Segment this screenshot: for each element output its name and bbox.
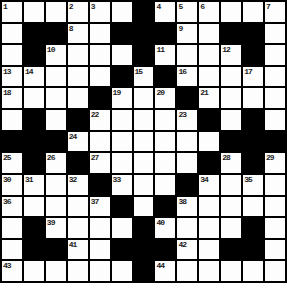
black-cell: [68, 153, 88, 173]
black-cell: [68, 110, 88, 130]
clue-number: 7: [266, 2, 270, 11]
black-cell: [24, 45, 44, 65]
black-cell: [243, 153, 263, 173]
black-cell: [199, 153, 219, 173]
white-cell[interactable]: [221, 197, 241, 217]
clue-number: 29: [266, 153, 274, 162]
black-cell: [155, 240, 175, 260]
white-cell[interactable]: [177, 261, 197, 281]
white-cell[interactable]: [221, 67, 241, 87]
black-cell: [199, 110, 219, 130]
white-cell[interactable]: [134, 110, 154, 130]
clue-number: 27: [91, 153, 99, 162]
black-cell: [155, 197, 175, 217]
white-cell[interactable]: [68, 218, 88, 238]
clue-number: 16: [178, 67, 186, 76]
white-cell[interactable]: 19: [112, 88, 132, 108]
white-cell[interactable]: [221, 110, 241, 130]
clue-number: 28: [222, 153, 230, 162]
white-cell[interactable]: 27: [90, 153, 110, 173]
white-cell[interactable]: 23: [177, 110, 197, 130]
black-cell: [46, 132, 66, 152]
white-cell[interactable]: [46, 261, 66, 281]
white-cell[interactable]: [2, 24, 22, 44]
clue-number: 37: [91, 197, 99, 206]
white-cell[interactable]: [68, 261, 88, 281]
white-cell[interactable]: 20: [155, 88, 175, 108]
white-cell[interactable]: 39: [46, 218, 66, 238]
white-cell[interactable]: 42: [177, 240, 197, 260]
white-cell[interactable]: [265, 67, 285, 87]
clue-number: 35: [244, 175, 252, 184]
black-cell: [24, 24, 44, 44]
white-cell[interactable]: 21: [199, 88, 219, 108]
black-cell: [243, 24, 263, 44]
crossword-puzzle: 1234567891011121314151617181920212223242…: [0, 0, 287, 283]
clue-number: 3: [91, 2, 95, 11]
white-cell[interactable]: [221, 218, 241, 238]
white-cell[interactable]: [112, 132, 132, 152]
white-cell[interactable]: 33: [112, 175, 132, 195]
white-cell[interactable]: [177, 45, 197, 65]
white-cell[interactable]: 6: [199, 2, 219, 22]
white-cell[interactable]: 31: [24, 175, 44, 195]
white-cell[interactable]: 15: [134, 67, 154, 87]
white-cell[interactable]: 14: [24, 67, 44, 87]
white-cell[interactable]: 34: [199, 175, 219, 195]
black-cell: [243, 45, 263, 65]
white-cell[interactable]: [68, 45, 88, 65]
white-cell[interactable]: [112, 110, 132, 130]
white-cell[interactable]: [221, 175, 241, 195]
black-cell: [90, 88, 110, 108]
white-cell[interactable]: [265, 24, 285, 44]
white-cell[interactable]: [155, 132, 175, 152]
white-cell[interactable]: [46, 2, 66, 22]
black-cell: [134, 2, 154, 22]
white-cell[interactable]: 38: [177, 197, 197, 217]
black-cell: [24, 132, 44, 152]
clue-number: 42: [178, 240, 186, 249]
white-cell[interactable]: [46, 197, 66, 217]
white-cell[interactable]: [199, 240, 219, 260]
white-cell[interactable]: 44: [155, 261, 175, 281]
white-cell[interactable]: [2, 110, 22, 130]
clue-number: 19: [113, 88, 121, 97]
white-cell[interactable]: 18: [2, 88, 22, 108]
white-cell[interactable]: 11: [155, 45, 175, 65]
clue-number: 23: [178, 110, 186, 119]
black-cell: [243, 110, 263, 130]
white-cell[interactable]: [155, 110, 175, 130]
black-cell: [243, 218, 263, 238]
white-cell[interactable]: [221, 261, 241, 281]
clue-number: 22: [91, 110, 99, 119]
black-cell: [221, 240, 241, 260]
clue-number: 17: [244, 67, 252, 76]
black-cell: [24, 240, 44, 260]
white-cell[interactable]: [199, 67, 219, 87]
black-cell: [243, 132, 263, 152]
clue-number: 31: [25, 175, 33, 184]
white-cell[interactable]: [177, 218, 197, 238]
white-cell[interactable]: 16: [177, 67, 197, 87]
white-cell[interactable]: 41: [68, 240, 88, 260]
white-cell[interactable]: 8: [68, 24, 88, 44]
white-cell[interactable]: [199, 24, 219, 44]
white-cell[interactable]: [155, 153, 175, 173]
black-cell: [46, 240, 66, 260]
white-cell[interactable]: [112, 261, 132, 281]
black-cell: [112, 240, 132, 260]
white-cell[interactable]: [90, 132, 110, 152]
white-cell[interactable]: 29: [265, 153, 285, 173]
white-cell[interactable]: [243, 197, 263, 217]
white-cell[interactable]: [177, 132, 197, 152]
white-cell[interactable]: [90, 218, 110, 238]
white-cell[interactable]: 5: [177, 2, 197, 22]
white-cell[interactable]: 37: [90, 197, 110, 217]
black-cell: [112, 67, 132, 87]
crossword-grid: 1234567891011121314151617181920212223242…: [0, 0, 287, 283]
white-cell[interactable]: [199, 45, 219, 65]
white-cell[interactable]: [134, 88, 154, 108]
black-cell: [90, 175, 110, 195]
white-cell[interactable]: [68, 197, 88, 217]
white-cell[interactable]: 3: [90, 2, 110, 22]
white-cell[interactable]: [2, 218, 22, 238]
white-cell[interactable]: 4: [155, 2, 175, 22]
clue-number: 33: [113, 175, 121, 184]
clue-number: 1: [3, 2, 7, 11]
clue-number: 10: [47, 45, 55, 54]
white-cell[interactable]: [46, 175, 66, 195]
black-cell: [221, 24, 241, 44]
clue-number: 26: [47, 153, 55, 162]
white-cell[interactable]: 28: [221, 153, 241, 173]
clue-number: 2: [69, 2, 73, 11]
white-cell[interactable]: [221, 2, 241, 22]
white-cell[interactable]: [134, 132, 154, 152]
white-cell[interactable]: [24, 197, 44, 217]
black-cell: [155, 24, 175, 44]
clue-number: 15: [135, 67, 143, 76]
white-cell[interactable]: [68, 67, 88, 87]
white-cell[interactable]: [112, 218, 132, 238]
black-cell: [134, 240, 154, 260]
white-cell[interactable]: [265, 218, 285, 238]
white-cell[interactable]: [265, 261, 285, 281]
black-cell: [155, 67, 175, 87]
white-cell[interactable]: [199, 132, 219, 152]
white-cell[interactable]: [265, 110, 285, 130]
white-cell[interactable]: [2, 45, 22, 65]
white-cell[interactable]: [155, 175, 175, 195]
white-cell[interactable]: [221, 88, 241, 108]
white-cell[interactable]: 10: [46, 45, 66, 65]
white-cell[interactable]: 36: [2, 197, 22, 217]
white-cell[interactable]: 12: [221, 45, 241, 65]
white-cell[interactable]: [243, 2, 263, 22]
clue-number: 30: [3, 175, 11, 184]
white-cell[interactable]: [265, 175, 285, 195]
black-cell: [221, 132, 241, 152]
white-cell[interactable]: [199, 218, 219, 238]
black-cell: [112, 197, 132, 217]
white-cell[interactable]: [265, 88, 285, 108]
white-cell[interactable]: [265, 45, 285, 65]
black-cell: [46, 24, 66, 44]
white-cell[interactable]: 2: [68, 2, 88, 22]
clue-number: 24: [69, 132, 77, 141]
clue-number: 32: [69, 175, 77, 184]
clue-number: 14: [25, 67, 33, 76]
black-cell: [24, 218, 44, 238]
clue-number: 38: [178, 197, 186, 206]
white-cell[interactable]: [265, 240, 285, 260]
white-cell[interactable]: [90, 240, 110, 260]
clue-number: 11: [156, 45, 164, 54]
white-cell[interactable]: [90, 67, 110, 87]
black-cell: [134, 45, 154, 65]
black-cell: [134, 261, 154, 281]
white-cell[interactable]: [24, 88, 44, 108]
white-cell[interactable]: [90, 45, 110, 65]
white-cell[interactable]: [24, 2, 44, 22]
white-cell[interactable]: [134, 175, 154, 195]
white-cell[interactable]: [90, 261, 110, 281]
white-cell[interactable]: [199, 261, 219, 281]
white-cell[interactable]: [243, 88, 263, 108]
white-cell[interactable]: [46, 67, 66, 87]
white-cell[interactable]: 35: [243, 175, 263, 195]
clue-number: 21: [200, 88, 208, 97]
black-cell: [177, 88, 197, 108]
white-cell[interactable]: 26: [46, 153, 66, 173]
white-cell[interactable]: [90, 24, 110, 44]
white-cell[interactable]: [199, 197, 219, 217]
white-cell[interactable]: 1: [2, 2, 22, 22]
clue-number: 39: [47, 218, 55, 227]
white-cell[interactable]: [46, 110, 66, 130]
clue-number: 12: [222, 45, 230, 54]
white-cell[interactable]: [112, 153, 132, 173]
clue-number: 9: [178, 24, 182, 33]
clue-number: 36: [3, 197, 11, 206]
white-cell[interactable]: [112, 45, 132, 65]
white-cell[interactable]: [134, 197, 154, 217]
black-cell: [134, 218, 154, 238]
white-cell[interactable]: 32: [68, 175, 88, 195]
white-cell[interactable]: 9: [177, 24, 197, 44]
clue-number: 40: [156, 218, 164, 227]
black-cell: [177, 175, 197, 195]
white-cell[interactable]: [112, 2, 132, 22]
clue-number: 44: [156, 261, 164, 270]
white-cell[interactable]: 43: [2, 261, 22, 281]
black-cell: [112, 24, 132, 44]
clue-number: 41: [69, 240, 77, 249]
clue-number: 4: [156, 2, 160, 11]
clue-number: 6: [200, 2, 204, 11]
white-cell[interactable]: 7: [265, 2, 285, 22]
white-cell[interactable]: [265, 197, 285, 217]
white-cell[interactable]: [2, 240, 22, 260]
white-cell[interactable]: [177, 153, 197, 173]
clue-number: 18: [3, 88, 11, 97]
white-cell[interactable]: [68, 88, 88, 108]
white-cell[interactable]: [134, 153, 154, 173]
white-cell[interactable]: [243, 261, 263, 281]
black-cell: [2, 132, 22, 152]
black-cell: [24, 110, 44, 130]
white-cell[interactable]: 13: [2, 67, 22, 87]
clue-number: 8: [69, 24, 73, 33]
black-cell: [24, 153, 44, 173]
black-cell: [243, 240, 263, 260]
black-cell: [134, 24, 154, 44]
clue-number: 5: [178, 2, 182, 11]
white-cell[interactable]: 22: [90, 110, 110, 130]
clue-number: 34: [200, 175, 208, 184]
white-cell[interactable]: 25: [2, 153, 22, 173]
white-cell[interactable]: [24, 261, 44, 281]
clue-number: 20: [156, 88, 164, 97]
clue-number: 25: [3, 153, 11, 162]
white-cell[interactable]: 40: [155, 218, 175, 238]
white-cell[interactable]: 17: [243, 67, 263, 87]
white-cell[interactable]: 24: [68, 132, 88, 152]
clue-number: 13: [3, 67, 11, 76]
black-cell: [265, 132, 285, 152]
white-cell[interactable]: [46, 88, 66, 108]
clue-number: 43: [3, 261, 11, 270]
white-cell[interactable]: 30: [2, 175, 22, 195]
